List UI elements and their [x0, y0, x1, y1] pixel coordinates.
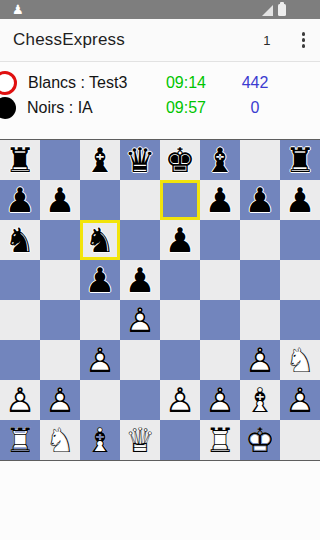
- square-b1[interactable]: ♞♘: [40, 420, 80, 460]
- square-g6[interactable]: [240, 220, 280, 260]
- status-bar: ♟: [0, 0, 320, 19]
- piece-black-pawn: ♟: [240, 180, 280, 220]
- square-c2[interactable]: [80, 380, 120, 420]
- square-b2[interactable]: ♟♙: [40, 380, 80, 420]
- square-c8[interactable]: ♝: [80, 140, 120, 180]
- square-f3[interactable]: [200, 340, 240, 380]
- square-g1[interactable]: ♚♔: [240, 420, 280, 460]
- square-h4[interactable]: [280, 300, 320, 340]
- square-e5[interactable]: [160, 260, 200, 300]
- square-f4[interactable]: [200, 300, 240, 340]
- square-b5[interactable]: [40, 260, 80, 300]
- piece-black-king: ♚: [160, 140, 200, 180]
- black-player-clock: 09:57: [160, 99, 212, 117]
- piece-white-pawn: ♟♙: [160, 380, 200, 420]
- overflow-menu-icon[interactable]: [300, 28, 308, 52]
- piece-white-rook: ♜♖: [200, 420, 240, 460]
- square-a1[interactable]: ♜♖: [0, 420, 40, 460]
- black-player-row: Noirs : IA 09:57 0: [0, 95, 320, 120]
- piece-black-pawn: ♟: [80, 260, 120, 300]
- square-a2[interactable]: ♟♙: [0, 380, 40, 420]
- square-h7[interactable]: ♟: [280, 180, 320, 220]
- chess-pawn-icon: ♟: [12, 0, 24, 19]
- piece-white-pawn: ♟♙: [240, 340, 280, 380]
- piece-black-knight: ♞: [0, 220, 40, 260]
- app-bar-actions: 1: [263, 28, 320, 52]
- white-player-clock: 09:14: [160, 74, 212, 92]
- piece-white-king: ♚♔: [240, 420, 280, 460]
- square-b7[interactable]: ♟: [40, 180, 80, 220]
- square-c3[interactable]: ♟♙: [80, 340, 120, 380]
- piece-white-pawn: ♟♙: [80, 340, 120, 380]
- piece-black-pawn: ♟: [40, 180, 80, 220]
- square-e2[interactable]: ♟♙: [160, 380, 200, 420]
- piece-white-pawn: ♟♙: [280, 380, 320, 420]
- square-a6[interactable]: ♞: [0, 220, 40, 260]
- square-a5[interactable]: [0, 260, 40, 300]
- square-d5[interactable]: ♟: [120, 260, 160, 300]
- square-a8[interactable]: ♜: [0, 140, 40, 180]
- piece-black-rook: ♜: [0, 140, 40, 180]
- white-player-score: 442: [224, 74, 286, 92]
- piece-white-bishop: ♝♗: [240, 380, 280, 420]
- square-d2[interactable]: [120, 380, 160, 420]
- square-h1[interactable]: [280, 420, 320, 460]
- square-f7[interactable]: ♟: [200, 180, 240, 220]
- square-c6[interactable]: ♞: [80, 220, 120, 260]
- square-f1[interactable]: ♜♖: [200, 420, 240, 460]
- square-d1[interactable]: ♛♕: [120, 420, 160, 460]
- players-panel: Blancs : Test3 09:14 442 Noirs : IA 09:5…: [0, 62, 320, 120]
- square-b4[interactable]: [40, 300, 80, 340]
- square-e4[interactable]: [160, 300, 200, 340]
- square-c1[interactable]: ♝♗: [80, 420, 120, 460]
- piece-white-knight: ♞♘: [40, 420, 80, 460]
- chess-board: ♜♝♛♚♝♜♟♟♟♟♟♞♞♟♟♟♟♙♟♙♟♙♞♘♟♙♟♙♟♙♟♙♝♗♟♙♜♖♞♘…: [0, 140, 320, 460]
- white-player-label: Blancs : Test3: [28, 74, 127, 92]
- piece-black-pawn: ♟: [280, 180, 320, 220]
- square-d6[interactable]: [120, 220, 160, 260]
- square-d3[interactable]: [120, 340, 160, 380]
- piece-black-bishop: ♝: [200, 140, 240, 180]
- piece-black-knight: ♞: [80, 220, 120, 260]
- piece-black-pawn: ♟: [120, 260, 160, 300]
- piece-white-queen: ♛♕: [120, 420, 160, 460]
- square-d7[interactable]: [120, 180, 160, 220]
- square-b6[interactable]: [40, 220, 80, 260]
- piece-black-bishop: ♝: [80, 140, 120, 180]
- square-c7[interactable]: [80, 180, 120, 220]
- square-e6[interactable]: ♟: [160, 220, 200, 260]
- signal-icon: [262, 5, 273, 16]
- square-c5[interactable]: ♟: [80, 260, 120, 300]
- square-h5[interactable]: [280, 260, 320, 300]
- square-g7[interactable]: ♟: [240, 180, 280, 220]
- black-player-label: Noirs : IA: [27, 99, 93, 117]
- piece-black-rook: ♜: [280, 140, 320, 180]
- white-player-row: Blancs : Test3 09:14 442: [0, 70, 320, 95]
- piece-black-pawn: ♟: [160, 220, 200, 260]
- square-e7[interactable]: [160, 180, 200, 220]
- square-g5[interactable]: [240, 260, 280, 300]
- square-e1[interactable]: [160, 420, 200, 460]
- square-h3[interactable]: ♞♘: [280, 340, 320, 380]
- square-f2[interactable]: ♟♙: [200, 380, 240, 420]
- piece-white-pawn: ♟♙: [120, 300, 160, 340]
- square-g4[interactable]: [240, 300, 280, 340]
- white-player-circle-icon: [0, 71, 17, 95]
- square-c4[interactable]: [80, 300, 120, 340]
- black-player-circle-icon: [0, 97, 16, 119]
- square-h8[interactable]: ♜: [280, 140, 320, 180]
- battery-icon: [278, 4, 286, 16]
- app-title: ChessExpress: [13, 30, 125, 50]
- piece-white-pawn: ♟♙: [0, 380, 40, 420]
- black-player-score: 0: [224, 99, 286, 117]
- square-e8[interactable]: ♚: [160, 140, 200, 180]
- piece-white-knight: ♞♘: [280, 340, 320, 380]
- square-f8[interactable]: ♝: [200, 140, 240, 180]
- piece-black-pawn: ♟: [0, 180, 40, 220]
- square-a3[interactable]: [0, 340, 40, 380]
- piece-white-bishop: ♝♗: [80, 420, 120, 460]
- square-b3[interactable]: [40, 340, 80, 380]
- move-counter: 1: [263, 33, 270, 48]
- square-g8[interactable]: [240, 140, 280, 180]
- square-f6[interactable]: [200, 220, 240, 260]
- piece-white-rook: ♜♖: [0, 420, 40, 460]
- piece-black-pawn: ♟: [200, 180, 240, 220]
- square-g2[interactable]: ♝♗: [240, 380, 280, 420]
- piece-black-queen: ♛: [120, 140, 160, 180]
- status-bar-right: [262, 0, 286, 19]
- square-d4[interactable]: ♟♙: [120, 300, 160, 340]
- square-a7[interactable]: ♟: [0, 180, 40, 220]
- square-f5[interactable]: [200, 260, 240, 300]
- square-e3[interactable]: [160, 340, 200, 380]
- square-g3[interactable]: ♟♙: [240, 340, 280, 380]
- app-bar: ChessExpress 1: [0, 19, 320, 62]
- square-b8[interactable]: [40, 140, 80, 180]
- square-h6[interactable]: [280, 220, 320, 260]
- square-a4[interactable]: [0, 300, 40, 340]
- piece-white-pawn: ♟♙: [40, 380, 80, 420]
- square-d8[interactable]: ♛: [120, 140, 160, 180]
- piece-white-pawn: ♟♙: [200, 380, 240, 420]
- square-h2[interactable]: ♟♙: [280, 380, 320, 420]
